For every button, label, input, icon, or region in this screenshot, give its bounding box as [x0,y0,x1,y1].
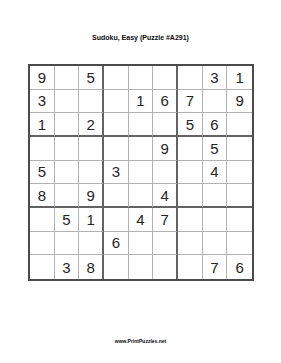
cell-r7c7 [178,208,203,232]
cell-r7c9 [227,208,252,232]
cell-r6c2 [55,184,80,208]
cell-r3c3: 2 [79,113,104,137]
puzzle-title: Sudoku, Easy (Puzzle #A291) [0,34,281,41]
cell-r3c6 [153,113,178,137]
cell-r5c9 [227,161,252,185]
cell-r1c7 [178,66,203,90]
cell-r1c6 [153,66,178,90]
cell-r9c5 [129,255,154,279]
cell-r7c6: 7 [153,208,178,232]
cell-r9c2: 3 [55,255,80,279]
cell-r8c8 [203,232,228,256]
cell-r1c9: 1 [227,66,252,90]
cell-r8c3 [79,232,104,256]
cell-r5c1: 5 [30,161,55,185]
sudoku-board: 953131679125695534894514763876 [28,64,254,281]
cell-r2c1: 3 [30,90,55,114]
cell-r1c2 [55,66,80,90]
cell-r4c7 [178,137,203,161]
cell-r9c6 [153,255,178,279]
cell-r2c7: 7 [178,90,203,114]
cell-r9c9: 6 [227,255,252,279]
cell-r5c3 [79,161,104,185]
cell-r6c5 [129,184,154,208]
cell-r7c2: 5 [55,208,80,232]
cell-r5c2 [55,161,80,185]
cell-r7c1 [30,208,55,232]
cell-r8c9 [227,232,252,256]
cell-r2c3 [79,90,104,114]
cell-r4c4 [104,137,129,161]
cell-r2c2 [55,90,80,114]
cell-r9c3: 8 [79,255,104,279]
cell-r5c4: 3 [104,161,129,185]
cell-r1c5 [129,66,154,90]
cell-r3c5 [129,113,154,137]
cell-r1c1: 9 [30,66,55,90]
cell-r2c8 [203,90,228,114]
cell-r5c8: 4 [203,161,228,185]
cell-r8c6 [153,232,178,256]
cell-r8c1 [30,232,55,256]
cell-r6c6: 4 [153,184,178,208]
cell-r9c4 [104,255,129,279]
cell-r5c5 [129,161,154,185]
cell-r4c9 [227,137,252,161]
cell-r8c2 [55,232,80,256]
cell-r6c4 [104,184,129,208]
cell-r3c9 [227,113,252,137]
cell-r6c7 [178,184,203,208]
cell-r1c4 [104,66,129,90]
cell-r2c4 [104,90,129,114]
cell-r3c8: 6 [203,113,228,137]
cell-r9c8: 7 [203,255,228,279]
cell-r6c8 [203,184,228,208]
cell-r2c9: 9 [227,90,252,114]
cell-r2c6: 6 [153,90,178,114]
cell-r4c6: 9 [153,137,178,161]
cell-r4c5 [129,137,154,161]
cell-r3c2 [55,113,80,137]
cell-r9c7 [178,255,203,279]
cell-r7c8 [203,208,228,232]
cell-r4c3 [79,137,104,161]
cell-r7c5: 4 [129,208,154,232]
cell-r6c9 [227,184,252,208]
cell-r5c7 [178,161,203,185]
cell-r7c3: 1 [79,208,104,232]
cell-r3c4 [104,113,129,137]
puzzle-page: Sudoku, Easy (Puzzle #A291) 953131679125… [0,0,281,363]
cell-r6c3: 9 [79,184,104,208]
cell-r4c2 [55,137,80,161]
cell-r3c7: 5 [178,113,203,137]
cell-r1c8: 3 [203,66,228,90]
cell-r8c5 [129,232,154,256]
cell-r4c8: 5 [203,137,228,161]
cell-r8c4: 6 [104,232,129,256]
cell-r8c7 [178,232,203,256]
cell-r7c4 [104,208,129,232]
cell-r6c1: 8 [30,184,55,208]
cell-r9c1 [30,255,55,279]
cell-r5c6 [153,161,178,185]
cell-r4c1 [30,137,55,161]
cell-r3c1: 1 [30,113,55,137]
cell-r1c3: 5 [79,66,104,90]
footer-url: www.PrintPuzzles.net [0,338,281,344]
cell-r2c5: 1 [129,90,154,114]
